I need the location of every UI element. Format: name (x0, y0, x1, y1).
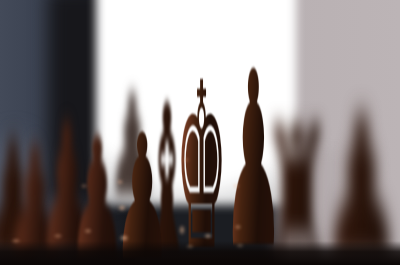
king-piece: ♚ (176, 72, 228, 265)
pawn-piece-right-focus: ♟ (223, 60, 285, 265)
board-edge-dark-strip (0, 241, 400, 265)
chess-photo-scene: ♟ ♟ ♟ ♟ ♟ ♜ ♟ ♝ ♟ ♚ ♟ (0, 0, 400, 265)
